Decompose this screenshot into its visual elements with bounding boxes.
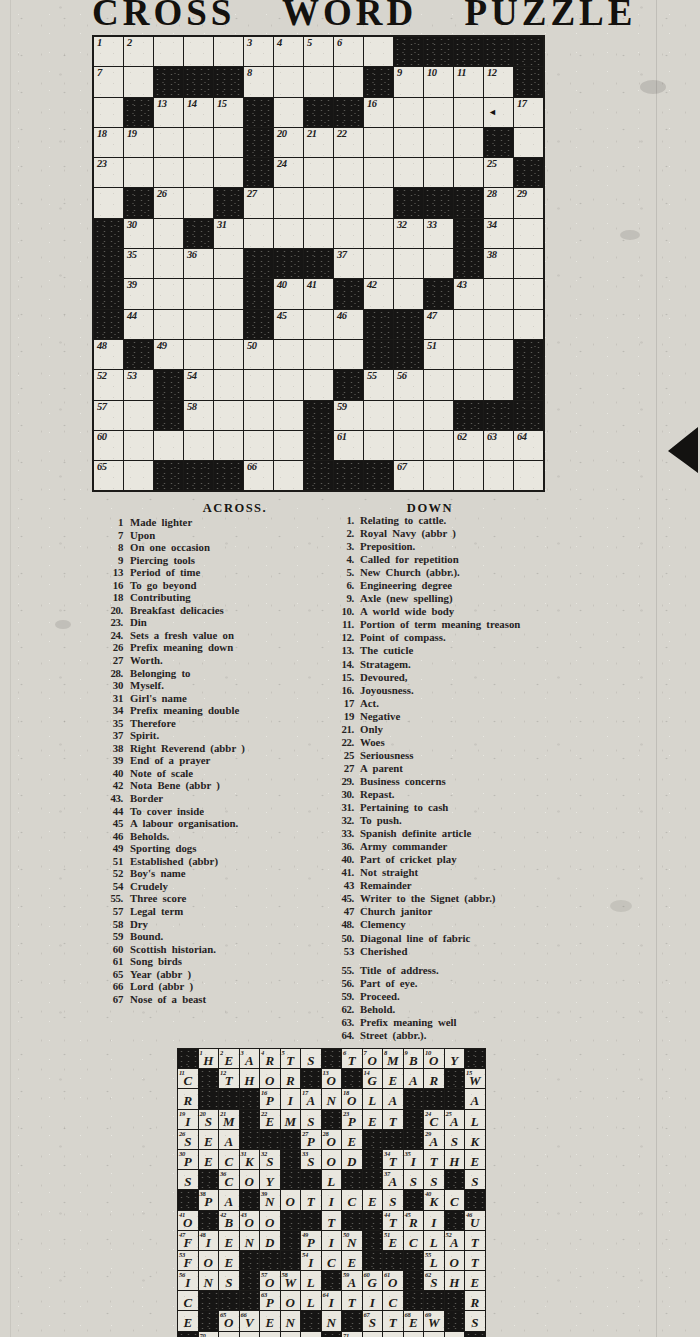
main-cell[interactable]: 6 — [334, 37, 363, 66]
cell-number: 24 — [277, 158, 287, 169]
solution-letter: E — [219, 1235, 239, 1250]
main-cell[interactable] — [484, 370, 513, 399]
main-cell[interactable]: 27 — [244, 188, 273, 217]
main-cell[interactable] — [154, 128, 183, 157]
across-clue: 54Crudely — [99, 880, 337, 893]
main-cell[interactable] — [124, 431, 153, 460]
clue-text: Point of compass. — [360, 631, 446, 644]
main-cell[interactable] — [124, 461, 153, 490]
main-cell[interactable] — [184, 431, 213, 460]
main-cell[interactable] — [214, 249, 243, 278]
main-cell[interactable] — [214, 370, 243, 399]
solution-letter: T — [342, 1053, 362, 1068]
cell-number: 55 — [367, 370, 377, 381]
solution-cell: 40K — [424, 1190, 444, 1209]
solution-letter: P — [260, 1295, 280, 1310]
solution-letter: N — [260, 1194, 280, 1209]
clue-text: Girl's name — [130, 692, 187, 705]
main-cell[interactable] — [244, 431, 273, 460]
clue-text: Axle (new spelling) — [360, 592, 453, 605]
solution-cell: M — [281, 1110, 301, 1129]
main-cell[interactable] — [214, 158, 243, 187]
main-cell[interactable]: 64 — [514, 431, 543, 460]
main-cell[interactable] — [274, 401, 303, 430]
main-cell[interactable]: 14 — [184, 98, 213, 127]
main-cell[interactable]: 24 — [274, 158, 303, 187]
main-cell-black — [154, 461, 183, 490]
main-cell[interactable]: 45 — [274, 310, 303, 339]
main-cell[interactable] — [394, 128, 423, 157]
cell-number: 47 — [427, 310, 437, 321]
main-cell[interactable] — [304, 340, 333, 369]
down-clue: 64.Street (abbr.). — [331, 1029, 593, 1042]
main-cell[interactable] — [484, 279, 513, 308]
main-cell[interactable] — [154, 310, 183, 339]
solution-letter: H — [445, 1275, 465, 1290]
solution-letter: N — [342, 1235, 362, 1250]
main-cell[interactable]: 42 — [364, 279, 393, 308]
main-cell[interactable] — [154, 431, 183, 460]
main-cell[interactable] — [364, 128, 393, 157]
main-cell[interactable] — [394, 431, 423, 460]
clue-number: 40. — [331, 853, 354, 866]
main-cell[interactable] — [214, 37, 243, 66]
main-cell[interactable] — [454, 461, 483, 490]
main-cell[interactable] — [364, 188, 393, 217]
solution-cell-black — [199, 1069, 219, 1088]
main-cell[interactable] — [274, 188, 303, 217]
solution-cell-black — [240, 1291, 260, 1310]
solution-cell: H — [445, 1150, 465, 1169]
across-clue: 49Sporting dogs — [99, 842, 337, 855]
main-cell[interactable] — [364, 249, 393, 278]
clue-number: 45. — [331, 892, 354, 905]
main-cell[interactable]: 50 — [244, 340, 273, 369]
solution-cell: N — [322, 1311, 342, 1330]
main-cell[interactable]: 16 — [364, 98, 393, 127]
solution-cell: 35I — [404, 1150, 424, 1169]
solution-letter: N — [322, 1315, 342, 1330]
main-cell[interactable] — [454, 98, 483, 127]
down-clue-list: 1.Relating to cattle.2.Royal Navy (abbr … — [331, 514, 593, 1042]
main-cell[interactable]: 30 — [124, 219, 153, 248]
down-clue: 53Cherished — [331, 945, 593, 958]
main-cell[interactable] — [124, 401, 153, 430]
solution-cell-black — [363, 1251, 383, 1270]
main-cell[interactable] — [274, 340, 303, 369]
main-cell[interactable]: 55 — [364, 370, 393, 399]
clue-number: 10. — [331, 605, 354, 618]
clue-number: 38 — [99, 742, 123, 755]
main-cell[interactable]: 17 — [514, 98, 543, 127]
main-cell[interactable] — [484, 310, 513, 339]
main-cell[interactable]: 67 — [394, 461, 423, 490]
clue-number: 25 — [331, 749, 354, 762]
main-cell[interactable] — [94, 98, 123, 127]
solution-cell: 9B — [404, 1049, 424, 1068]
solution-cell-black — [404, 1251, 424, 1270]
clue-number: 61 — [99, 955, 123, 968]
solution-letter: O — [424, 1053, 444, 1068]
main-cell[interactable] — [424, 158, 453, 187]
main-cell[interactable] — [364, 158, 393, 187]
main-cell-black — [394, 188, 423, 217]
solution-cell-black — [445, 1311, 465, 1330]
cell-number: 3 — [247, 37, 252, 48]
solution-letter: S — [465, 1315, 485, 1330]
main-cell[interactable]: 31 — [214, 219, 243, 248]
cell-number: 63 — [487, 431, 497, 442]
print-smudge — [640, 80, 666, 94]
main-cell[interactable] — [304, 67, 333, 96]
clue-number: 27 — [99, 654, 123, 667]
main-cell[interactable] — [364, 401, 393, 430]
cell-number: 37 — [337, 249, 347, 260]
down-clue: 14.Stratagem. — [331, 658, 593, 671]
main-cell[interactable] — [394, 401, 423, 430]
main-cell[interactable]: 44 — [124, 310, 153, 339]
main-cell[interactable]: 51 — [424, 340, 453, 369]
cell-number: 30 — [127, 219, 137, 230]
main-cell[interactable] — [514, 128, 543, 157]
main-cell[interactable] — [334, 340, 363, 369]
solution-letter: S — [301, 1154, 321, 1169]
clue-number: 52 — [99, 867, 123, 880]
solution-cell: L — [301, 1271, 321, 1290]
main-cell[interactable]: 1 — [94, 37, 123, 66]
solution-cell: 51E — [383, 1231, 403, 1250]
main-cell[interactable]: 57 — [94, 401, 123, 430]
main-cell[interactable] — [154, 37, 183, 66]
main-cell[interactable]: 18 — [94, 128, 123, 157]
main-cell[interactable]: 43 — [454, 279, 483, 308]
clue-number: 16. — [331, 684, 354, 697]
main-cell[interactable] — [334, 67, 363, 96]
main-cell[interactable]: 15 — [214, 98, 243, 127]
solution-cell-black — [219, 1291, 239, 1310]
solution-letter: S — [404, 1174, 424, 1189]
solution-letter: E — [342, 1134, 362, 1149]
main-cell[interactable]: 38 — [484, 249, 513, 278]
main-cell[interactable]: 21 — [304, 128, 333, 157]
main-cell[interactable]: 62 — [454, 431, 483, 460]
main-cell[interactable] — [334, 219, 363, 248]
main-cell[interactable]: 48 — [94, 340, 123, 369]
solution-letter: B — [219, 1215, 239, 1230]
main-cell[interactable]: 53 — [124, 370, 153, 399]
solution-cell-black — [424, 1089, 444, 1108]
main-cell[interactable] — [214, 128, 243, 157]
main-cell[interactable] — [184, 37, 213, 66]
main-cell[interactable] — [334, 188, 363, 217]
clue-text: Writer to the Signet (abbr.) — [360, 892, 495, 905]
cell-number: 36 — [187, 249, 197, 260]
solution-cell: 34T — [383, 1150, 403, 1169]
main-cell[interactable] — [514, 461, 543, 490]
main-cell[interactable]: 12 — [484, 67, 513, 96]
solution-cell: R — [465, 1291, 485, 1310]
clue-text: Prefix meaning well — [360, 1016, 457, 1029]
main-cell[interactable]: 8 — [244, 67, 273, 96]
main-cell[interactable]: 63 — [484, 431, 513, 460]
main-cell[interactable]: 2 — [124, 37, 153, 66]
cell-number: 50 — [247, 340, 257, 351]
main-cell[interactable] — [304, 188, 333, 217]
main-cell[interactable] — [94, 188, 123, 217]
main-cell[interactable] — [274, 98, 303, 127]
solution-cell-black — [240, 1190, 260, 1209]
main-cell[interactable] — [184, 128, 213, 157]
main-cell[interactable]: 34 — [484, 219, 513, 248]
solution-cell-black — [240, 1130, 260, 1149]
main-cell[interactable]: 41 — [304, 279, 333, 308]
main-cell-black — [394, 37, 423, 66]
across-clue: 7Upon — [99, 529, 337, 542]
solution-letter: S — [260, 1154, 280, 1169]
main-cell[interactable]: 49 — [154, 340, 183, 369]
clue-number: 3. — [331, 540, 354, 553]
main-cell[interactable] — [394, 98, 423, 127]
main-cell[interactable] — [514, 249, 543, 278]
clue-number: 54 — [99, 880, 123, 893]
cell-number: 5 — [307, 37, 312, 48]
solution-letter: L — [301, 1275, 321, 1290]
main-cell[interactable] — [274, 67, 303, 96]
main-cell[interactable]: 66 — [244, 461, 273, 490]
main-cell[interactable] — [244, 370, 273, 399]
main-cell[interactable] — [424, 98, 453, 127]
solution-cell-black — [178, 1190, 198, 1209]
main-cell[interactable] — [514, 310, 543, 339]
solution-cell: 23P — [342, 1110, 362, 1129]
cell-number: 4 — [277, 37, 282, 48]
main-cell[interactable] — [484, 461, 513, 490]
solution-letter: O — [281, 1295, 301, 1310]
clue-text: Woes — [360, 736, 385, 749]
main-cell[interactable]: 28 — [484, 188, 513, 217]
solution-letter: M — [281, 1114, 301, 1129]
main-cell[interactable] — [394, 249, 423, 278]
main-cell[interactable] — [274, 431, 303, 460]
main-cell-black — [364, 67, 393, 96]
main-cell[interactable] — [154, 249, 183, 278]
main-cell[interactable] — [454, 340, 483, 369]
main-cell[interactable]: 46 — [334, 310, 363, 339]
main-cell[interactable] — [454, 128, 483, 157]
main-cell[interactable] — [394, 158, 423, 187]
clue-text: Sets a fresh value on — [130, 629, 234, 642]
main-cell[interactable] — [124, 158, 153, 187]
solution-cell: 33S — [301, 1150, 321, 1169]
main-cell[interactable] — [274, 461, 303, 490]
main-cell[interactable]: 65 — [94, 461, 123, 490]
main-cell[interactable]: 4 — [274, 37, 303, 66]
main-cell[interactable]: 36 — [184, 249, 213, 278]
solution-cell: T — [363, 1332, 383, 1337]
clue-text: Nose of a beast — [130, 993, 206, 1006]
main-cell[interactable] — [424, 401, 453, 430]
solution-letter: Y — [445, 1053, 465, 1068]
main-cell[interactable]: 11 — [454, 67, 483, 96]
solution-cell: C — [383, 1291, 403, 1310]
main-cell[interactable]: 20 — [274, 128, 303, 157]
main-cell-black — [184, 67, 213, 96]
solution-cell: 31K — [240, 1150, 260, 1169]
cell-number: 7 — [97, 67, 102, 78]
main-cell[interactable] — [214, 310, 243, 339]
solution-letter: O — [363, 1053, 383, 1068]
main-cell[interactable] — [304, 310, 333, 339]
solution-letter: O — [281, 1194, 301, 1209]
solution-cell: S — [465, 1170, 485, 1189]
main-cell[interactable] — [304, 370, 333, 399]
main-cell[interactable]: 52 — [94, 370, 123, 399]
solution-cell: E — [260, 1311, 280, 1330]
main-cell[interactable]: 56 — [394, 370, 423, 399]
main-cell[interactable] — [214, 431, 243, 460]
solution-cell: E — [219, 1231, 239, 1250]
down-clue: 48.Clemency — [331, 918, 593, 931]
clue-number: 14. — [331, 658, 354, 671]
across-clue: 28.Belonging to — [99, 667, 337, 680]
main-cell[interactable] — [154, 279, 183, 308]
solution-cell: 3A — [240, 1049, 260, 1068]
solution-cell: C — [342, 1190, 362, 1209]
solution-cell: R — [178, 1089, 198, 1108]
main-cell[interactable]: 13 — [154, 98, 183, 127]
main-cell[interactable] — [184, 340, 213, 369]
main-cell[interactable] — [184, 158, 213, 187]
cell-number: 15 — [217, 98, 227, 109]
main-cell-black — [514, 370, 543, 399]
main-cell[interactable]: 39 — [124, 279, 153, 308]
main-cell[interactable] — [124, 67, 153, 96]
main-cell[interactable] — [154, 219, 183, 248]
main-cell[interactable]: 33 — [424, 219, 453, 248]
main-cell[interactable]: 29 — [514, 188, 543, 217]
solution-letter: S — [301, 1053, 321, 1068]
main-cell[interactable] — [244, 401, 273, 430]
main-cell[interactable] — [184, 310, 213, 339]
main-cell[interactable] — [214, 340, 243, 369]
main-cell[interactable]: 37 — [334, 249, 363, 278]
solution-cell: L — [322, 1170, 342, 1189]
main-cell[interactable] — [514, 219, 543, 248]
clue-number: 7 — [99, 529, 123, 542]
main-cell[interactable] — [184, 279, 213, 308]
main-cell[interactable] — [154, 158, 183, 187]
across-clue: 55.Three score — [99, 892, 337, 905]
solution-cell-black — [281, 1211, 301, 1230]
main-cell[interactable]: ◄ — [484, 98, 513, 127]
paper-fold-line — [656, 0, 657, 1337]
main-cell[interactable] — [424, 431, 453, 460]
solution-cell-black — [301, 1170, 321, 1189]
main-cell[interactable]: 7 — [94, 67, 123, 96]
main-cell[interactable] — [424, 249, 453, 278]
main-cell-black — [364, 340, 393, 369]
clue-number: 66 — [99, 980, 123, 993]
solution-cell: 57O — [260, 1271, 280, 1290]
main-cell[interactable] — [214, 279, 243, 308]
clue-text: Lord (abbr ) — [130, 980, 193, 993]
main-cell[interactable]: 58 — [184, 401, 213, 430]
main-cell[interactable] — [514, 279, 543, 308]
main-cell[interactable]: 19 — [124, 128, 153, 157]
solution-letter: N — [240, 1235, 260, 1250]
solution-letter: C — [178, 1295, 198, 1310]
main-cell[interactable]: 59 — [334, 401, 363, 430]
main-cell[interactable] — [424, 370, 453, 399]
main-cell[interactable]: 32 — [394, 219, 423, 248]
main-cell[interactable] — [454, 158, 483, 187]
clue-text: To cover inside — [130, 805, 204, 818]
main-cell[interactable]: 3 — [244, 37, 273, 66]
clue-text: Myself. — [130, 679, 164, 692]
clue-text: Royal Navy (abbr ) — [360, 527, 456, 540]
main-cell[interactable]: 26 — [154, 188, 183, 217]
main-cell[interactable]: 9 — [394, 67, 423, 96]
main-cell[interactable]: 10 — [424, 67, 453, 96]
main-cell[interactable] — [274, 219, 303, 248]
main-cell[interactable]: 25 — [484, 158, 513, 187]
main-cell[interactable]: 47 — [424, 310, 453, 339]
main-cell[interactable]: 54 — [184, 370, 213, 399]
solution-letter: A — [404, 1073, 424, 1088]
main-cell[interactable] — [454, 310, 483, 339]
main-cell[interactable] — [364, 431, 393, 460]
main-cell[interactable]: 60 — [94, 431, 123, 460]
main-cell[interactable] — [214, 401, 243, 430]
main-cell[interactable]: 22 — [334, 128, 363, 157]
main-cell[interactable] — [334, 158, 363, 187]
main-cell[interactable] — [454, 370, 483, 399]
solution-cell: H — [445, 1271, 465, 1290]
solution-letter: O — [240, 1174, 260, 1189]
solution-letter: O — [240, 1215, 260, 1230]
solution-letter: S — [465, 1174, 485, 1189]
solution-cell: L — [465, 1110, 485, 1129]
cell-number: 13 — [157, 98, 167, 109]
main-cell[interactable] — [424, 461, 453, 490]
main-cell[interactable] — [424, 128, 453, 157]
main-cell[interactable]: 35 — [124, 249, 153, 278]
main-cell[interactable] — [184, 188, 213, 217]
clue-text: Scottish historian. — [130, 943, 216, 956]
solution-cell: C — [445, 1190, 465, 1209]
main-cell[interactable]: 40 — [274, 279, 303, 308]
solution-letter: G — [363, 1073, 383, 1088]
clue-number: 55. — [331, 964, 354, 977]
main-cell[interactable] — [364, 219, 393, 248]
main-cell[interactable] — [484, 340, 513, 369]
main-cell[interactable]: 23 — [94, 158, 123, 187]
main-cell[interactable] — [304, 158, 333, 187]
main-cell[interactable] — [394, 279, 423, 308]
cell-number: 27 — [247, 188, 257, 199]
solution-letter: E — [363, 1194, 383, 1209]
solution-grid: 1H2E3A4R5TS6T7O8M9B10OY11C12THOR13O14GEA… — [177, 1048, 486, 1337]
main-cell[interactable] — [304, 219, 333, 248]
solution-cell-black — [342, 1170, 362, 1189]
solution-letter: A — [445, 1235, 465, 1250]
main-cell[interactable] — [364, 37, 393, 66]
main-cell[interactable]: 61 — [334, 431, 363, 460]
main-cell[interactable]: 5 — [304, 37, 333, 66]
main-cell[interactable] — [274, 370, 303, 399]
main-cell[interactable] — [244, 219, 273, 248]
solution-letter: S — [178, 1174, 198, 1189]
